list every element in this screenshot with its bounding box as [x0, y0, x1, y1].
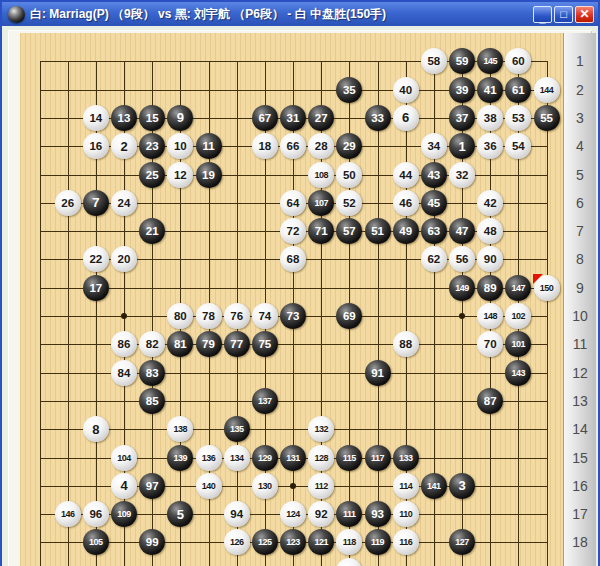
stone-black-27: 27: [308, 105, 334, 131]
stone-black-41: 41: [477, 77, 503, 103]
star-point: [121, 313, 127, 319]
minimize-icon: _: [539, 13, 545, 24]
stone-white-134: 134: [224, 445, 250, 471]
stone-black-69: 69: [336, 303, 362, 329]
stone-black-137: 137: [252, 388, 278, 414]
stone-white-74: 74: [252, 303, 278, 329]
stone-white-116: 116: [393, 529, 419, 555]
stone-white-32: 32: [449, 162, 475, 188]
stone-white-90: 90: [477, 246, 503, 272]
stone-white-46: 46: [393, 190, 419, 216]
stone-black-1: 1: [449, 133, 475, 159]
stone-black-109: 109: [111, 501, 137, 527]
stone-white-28: 28: [308, 133, 334, 159]
stone-black-63: 63: [421, 218, 447, 244]
row-label-10: 10: [564, 308, 596, 324]
stone-white-88: 88: [393, 331, 419, 357]
stone-white-102: 102: [505, 303, 531, 329]
stone-black-73: 73: [280, 303, 306, 329]
stone-black-51: 51: [365, 218, 391, 244]
grid-hline: [40, 401, 548, 402]
stone-white-24: 24: [111, 190, 137, 216]
stone-black-127: 127: [449, 529, 475, 555]
stone-black-121: 121: [308, 529, 334, 555]
stone-black-125: 125: [252, 529, 278, 555]
stone-white-78: 78: [196, 303, 222, 329]
stone-black-129: 129: [252, 445, 278, 471]
stone-black-87: 87: [477, 388, 503, 414]
stone-white-12: 12: [167, 162, 193, 188]
row-label-4: 4: [564, 138, 596, 154]
row-label-17: 17: [564, 506, 596, 522]
row-label-18: 18: [564, 534, 596, 550]
stone-white-82: 82: [139, 331, 165, 357]
stone-white-36: 36: [477, 133, 503, 159]
row-label-5: 5: [564, 167, 596, 183]
stone-black-11: 11: [196, 133, 222, 159]
stone-black-97: 97: [139, 473, 165, 499]
stone-white-58: 58: [421, 48, 447, 74]
close-icon: ✕: [579, 8, 589, 20]
stone-black-5: 5: [167, 501, 193, 527]
stone-black-33: 33: [365, 105, 391, 131]
stone-white-4: 4: [111, 473, 137, 499]
stone-white-72: 72: [280, 218, 306, 244]
stone-black-89: 89: [477, 275, 503, 301]
row-label-3: 3: [564, 110, 596, 126]
stone-white-148: 148: [477, 303, 503, 329]
stone-white-92: 92: [308, 501, 334, 527]
stone-white-126: 126: [224, 529, 250, 555]
stone-black-9: 9: [167, 105, 193, 131]
stone-black-119: 119: [365, 529, 391, 555]
row-label-13: 13: [564, 393, 596, 409]
stone-white-54: 54: [505, 133, 531, 159]
stone-black-67: 67: [252, 105, 278, 131]
stone-black-131: 131: [280, 445, 306, 471]
stone-white-52: 52: [336, 190, 362, 216]
row-label-6: 6: [564, 195, 596, 211]
stone-white-26: 26: [55, 190, 81, 216]
row-label-2: 2: [564, 82, 596, 98]
grid-vline: [547, 61, 548, 566]
stone-white-110: 110: [393, 501, 419, 527]
stone-black-71: 71: [308, 218, 334, 244]
title-bar[interactable]: 白: Marriag(P) （9段） vs 黑: 刘宇航 （P6段） - 白 中…: [2, 2, 598, 26]
stone-white-48: 48: [477, 218, 503, 244]
stone-black-99: 99: [139, 529, 165, 555]
stone-white-70: 70: [477, 331, 503, 357]
stone-white-114: 114: [393, 473, 419, 499]
stone-black-101: 101: [505, 331, 531, 357]
stone-black-7: 7: [83, 190, 109, 216]
star-point: [290, 483, 296, 489]
stone-black-31: 31: [280, 105, 306, 131]
grid-vline: [40, 61, 41, 566]
stone-white-130: 130: [252, 473, 278, 499]
close-button[interactable]: ✕: [575, 6, 594, 23]
stone-white-84: 84: [111, 360, 137, 386]
go-board[interactable]: 5859145603540394161144141315967312733637…: [20, 33, 563, 566]
stone-black-149: 149: [449, 275, 475, 301]
stone-black-35: 35: [336, 77, 362, 103]
stone-black-29: 29: [336, 133, 362, 159]
stone-white-80: 80: [167, 303, 193, 329]
maximize-icon: □: [560, 9, 567, 20]
stone-black-81: 81: [167, 331, 193, 357]
grid-hline: [40, 429, 548, 430]
stone-white-112: 112: [308, 473, 334, 499]
minimize-button[interactable]: _: [533, 6, 552, 23]
stone-white-96: 96: [83, 501, 109, 527]
stone-white-44: 44: [393, 162, 419, 188]
stone-black-61: 61: [505, 77, 531, 103]
stone-white-124: 124: [280, 501, 306, 527]
stone-white-50: 50: [336, 162, 362, 188]
maximize-button[interactable]: □: [554, 6, 573, 23]
stone-white-10: 10: [167, 133, 193, 159]
stone-black-91: 91: [365, 360, 391, 386]
stone-black-115: 115: [336, 445, 362, 471]
stone-black-23: 23: [139, 133, 165, 159]
stone-black-141: 141: [421, 473, 447, 499]
stone-white-hidden: [336, 558, 362, 566]
row-label-7: 7: [564, 223, 596, 239]
stone-black-15: 15: [139, 105, 165, 131]
stone-white-40: 40: [393, 77, 419, 103]
stone-white-8: 8: [83, 416, 109, 442]
stone-white-18: 18: [252, 133, 278, 159]
stone-black-143: 143: [505, 360, 531, 386]
row-label-11: 11: [564, 336, 596, 352]
stone-black-133: 133: [393, 445, 419, 471]
stone-white-66: 66: [280, 133, 306, 159]
stone-black-13: 13: [111, 105, 137, 131]
stone-white-76: 76: [224, 303, 250, 329]
stone-white-68: 68: [280, 246, 306, 272]
stone-white-14: 14: [83, 105, 109, 131]
stone-white-146: 146: [55, 501, 81, 527]
go-stone-icon: [8, 6, 25, 23]
stone-white-6: 6: [393, 105, 419, 131]
stone-black-105: 105: [83, 529, 109, 555]
stone-black-47: 47: [449, 218, 475, 244]
stone-white-16: 16: [83, 133, 109, 159]
stone-black-147: 147: [505, 275, 531, 301]
stone-white-22: 22: [83, 246, 109, 272]
stone-white-104: 104: [111, 445, 137, 471]
stone-white-38: 38: [477, 105, 503, 131]
row-label-15: 15: [564, 450, 596, 466]
game-record-window: 白: Marriag(P) （9段） vs 黑: 刘宇航 （P6段） - 白 中…: [0, 0, 600, 566]
stone-black-93: 93: [365, 501, 391, 527]
stone-white-20: 20: [111, 246, 137, 272]
stone-black-19: 19: [196, 162, 222, 188]
stone-black-123: 123: [280, 529, 306, 555]
stone-white-64: 64: [280, 190, 306, 216]
stone-black-85: 85: [139, 388, 165, 414]
stone-black-3: 3: [449, 473, 475, 499]
stone-black-49: 49: [393, 218, 419, 244]
stone-white-62: 62: [421, 246, 447, 272]
stone-white-118: 118: [336, 529, 362, 555]
row-label-14: 14: [564, 421, 596, 437]
stone-black-25: 25: [139, 162, 165, 188]
stone-black-135: 135: [224, 416, 250, 442]
window-title: 白: Marriag(P) （9段） vs 黑: 刘宇航 （P6段） - 白 中…: [30, 6, 531, 23]
last-move-marker: [533, 274, 543, 284]
stone-black-39: 39: [449, 77, 475, 103]
row-label-1: 1: [564, 53, 596, 69]
row-label-16: 16: [564, 478, 596, 494]
stone-black-45: 45: [421, 190, 447, 216]
stone-black-145: 145: [477, 48, 503, 74]
stone-black-59: 59: [449, 48, 475, 74]
stone-black-83: 83: [139, 360, 165, 386]
stone-white-138: 138: [167, 416, 193, 442]
stone-black-43: 43: [421, 162, 447, 188]
stone-white-86: 86: [111, 331, 137, 357]
stone-black-57: 57: [336, 218, 362, 244]
stone-white-56: 56: [449, 246, 475, 272]
stone-white-94: 94: [224, 501, 250, 527]
stone-black-117: 117: [365, 445, 391, 471]
stone-black-75: 75: [252, 331, 278, 357]
stone-white-140: 140: [196, 473, 222, 499]
stone-black-37: 37: [449, 105, 475, 131]
row-label-gutter: 123456789101112131415161718: [563, 33, 596, 566]
stone-black-77: 77: [224, 331, 250, 357]
stone-white-108: 108: [308, 162, 334, 188]
stone-black-79: 79: [196, 331, 222, 357]
stone-black-111: 111: [336, 501, 362, 527]
stone-black-139: 139: [167, 445, 193, 471]
row-label-8: 8: [564, 251, 596, 267]
stone-white-60: 60: [505, 48, 531, 74]
grid-vline: [68, 61, 69, 566]
stone-white-42: 42: [477, 190, 503, 216]
star-point: [459, 313, 465, 319]
stone-black-55: 55: [534, 105, 560, 131]
stone-black-17: 17: [83, 275, 109, 301]
stone-white-144: 144: [534, 77, 560, 103]
stone-white-132: 132: [308, 416, 334, 442]
stone-white-34: 34: [421, 133, 447, 159]
grid-vline: [378, 61, 379, 566]
row-label-9: 9: [564, 280, 596, 296]
row-label-12: 12: [564, 365, 596, 381]
stone-white-136: 136: [196, 445, 222, 471]
stone-black-21: 21: [139, 218, 165, 244]
stone-white-2: 2: [111, 133, 137, 159]
stone-white-128: 128: [308, 445, 334, 471]
stone-white-53: 53: [505, 105, 531, 131]
stone-black-107: 107: [308, 190, 334, 216]
